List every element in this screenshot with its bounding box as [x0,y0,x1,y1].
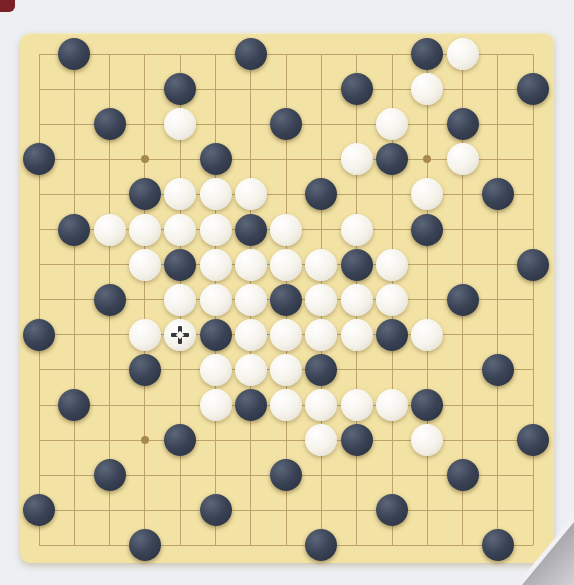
black-stone [23,143,55,175]
white-stone [411,73,443,105]
white-stone [447,143,479,175]
grid-line [39,440,533,441]
black-stone [94,284,126,316]
black-stone [482,529,514,561]
white-stone [129,319,161,351]
white-stone [341,214,373,246]
white-stone [447,38,479,70]
white-stone [341,389,373,421]
black-stone [58,214,90,246]
black-stone [341,73,373,105]
black-stone [447,459,479,491]
white-stone [164,319,196,351]
white-stone [305,284,337,316]
black-stone [270,108,302,140]
black-stone [270,284,302,316]
white-stone [341,319,373,351]
app-background [0,0,574,585]
black-stone [200,319,232,351]
black-stone [164,424,196,456]
black-stone [482,178,514,210]
black-stone [94,108,126,140]
white-stone [129,214,161,246]
black-stone [411,214,443,246]
white-stone [270,389,302,421]
white-stone [411,319,443,351]
black-stone [376,494,408,526]
white-stone [94,214,126,246]
grid-line [497,54,498,545]
black-stone [517,424,549,456]
white-stone [164,284,196,316]
black-stone [376,143,408,175]
black-stone [341,249,373,281]
gomoku-board[interactable] [20,33,554,563]
white-stone [235,178,267,210]
black-stone [517,73,549,105]
star-point [423,155,431,163]
white-stone [305,389,337,421]
black-stone [94,459,126,491]
black-stone [23,319,55,351]
black-stone [376,319,408,351]
black-stone [129,354,161,386]
white-stone [376,284,408,316]
black-stone [129,529,161,561]
white-stone [270,354,302,386]
black-stone [200,143,232,175]
black-stone [305,529,337,561]
black-stone [164,249,196,281]
white-stone [129,249,161,281]
white-stone [235,319,267,351]
white-stone [164,108,196,140]
black-stone [305,178,337,210]
white-stone [376,108,408,140]
black-stone [411,38,443,70]
top-left-red-artifact [0,0,15,12]
white-stone [235,284,267,316]
black-stone [200,494,232,526]
star-point [141,436,149,444]
white-stone [411,178,443,210]
white-stone [200,284,232,316]
black-stone [482,354,514,386]
black-stone [305,354,337,386]
black-stone [164,73,196,105]
white-stone [270,249,302,281]
black-stone [23,494,55,526]
white-stone [376,249,408,281]
black-stone [129,178,161,210]
white-stone [341,143,373,175]
white-stone [200,178,232,210]
white-stone [270,214,302,246]
black-stone [270,459,302,491]
black-stone [411,389,443,421]
black-stone [235,38,267,70]
white-stone [305,319,337,351]
white-stone [235,249,267,281]
white-stone [376,389,408,421]
black-stone [447,108,479,140]
white-stone [305,249,337,281]
white-stone [200,214,232,246]
white-stone [164,214,196,246]
white-stone [200,354,232,386]
grid-line [39,510,533,511]
star-point [141,155,149,163]
white-stone [411,424,443,456]
black-stone [58,38,90,70]
white-stone [305,424,337,456]
black-stone [341,424,373,456]
white-stone [341,284,373,316]
black-stone [235,389,267,421]
white-stone [200,389,232,421]
grid-line [39,545,533,546]
black-stone [517,249,549,281]
white-stone [164,178,196,210]
black-stone [235,214,267,246]
white-stone [200,249,232,281]
grid-line [427,54,428,545]
white-stone [270,319,302,351]
grid-line [533,54,534,545]
white-stone [235,354,267,386]
black-stone [447,284,479,316]
black-stone [58,389,90,421]
